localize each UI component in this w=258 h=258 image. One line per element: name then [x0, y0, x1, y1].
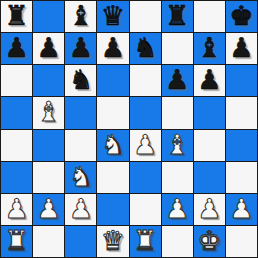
square-b7[interactable]: ♟ [33, 33, 64, 64]
square-h8[interactable]: ♚ [226, 1, 257, 32]
square-a1[interactable]: ♜ [1, 226, 32, 257]
square-c6[interactable]: ♞ [65, 65, 96, 96]
white-king[interactable]: ♚ [197, 227, 221, 254]
black-king[interactable]: ♚ [229, 2, 253, 29]
white-pawn[interactable]: ♟ [165, 195, 189, 222]
square-h5[interactable] [226, 97, 257, 128]
square-a8[interactable]: ♜ [1, 1, 32, 32]
square-a4[interactable] [1, 130, 32, 161]
square-c4[interactable] [65, 130, 96, 161]
black-pawn[interactable]: ♟ [197, 66, 221, 93]
square-b5[interactable]: ♝ [33, 97, 64, 128]
square-d1[interactable]: ♛ [97, 226, 128, 257]
square-e3[interactable] [130, 162, 161, 193]
square-g8[interactable] [194, 1, 225, 32]
square-h1[interactable] [226, 226, 257, 257]
black-rook[interactable]: ♜ [4, 2, 28, 29]
square-d5[interactable] [97, 97, 128, 128]
square-f6[interactable]: ♟ [162, 65, 193, 96]
square-h6[interactable] [226, 65, 257, 96]
square-b8[interactable] [33, 1, 64, 32]
black-queen[interactable]: ♛ [101, 2, 125, 29]
white-pawn[interactable]: ♟ [37, 195, 61, 222]
square-g2[interactable]: ♟ [194, 194, 225, 225]
square-c7[interactable]: ♟ [65, 33, 96, 64]
square-d4[interactable]: ♞ [97, 130, 128, 161]
square-c1[interactable] [65, 226, 96, 257]
square-g6[interactable]: ♟ [194, 65, 225, 96]
white-bishop[interactable]: ♝ [37, 98, 61, 125]
white-pawn[interactable]: ♟ [69, 195, 93, 222]
chess-board: ♜♝♛♜♚♟♟♟♟♞♝♟♞♟♟♝♞♟♝♞♟♟♟♟♟♟♜♛♜♚ [0, 0, 258, 258]
square-e7[interactable]: ♞ [130, 33, 161, 64]
square-b2[interactable]: ♟ [33, 194, 64, 225]
square-d7[interactable]: ♟ [97, 33, 128, 64]
square-a5[interactable] [1, 97, 32, 128]
square-b4[interactable] [33, 130, 64, 161]
white-rook[interactable]: ♜ [4, 227, 28, 254]
black-knight[interactable]: ♞ [133, 34, 157, 61]
square-f2[interactable]: ♟ [162, 194, 193, 225]
square-e6[interactable] [130, 65, 161, 96]
black-rook[interactable]: ♜ [165, 2, 189, 29]
square-a6[interactable] [1, 65, 32, 96]
square-h3[interactable] [226, 162, 257, 193]
square-a3[interactable] [1, 162, 32, 193]
square-f5[interactable] [162, 97, 193, 128]
black-pawn[interactable]: ♟ [165, 66, 189, 93]
square-a7[interactable]: ♟ [1, 33, 32, 64]
black-bishop[interactable]: ♝ [197, 34, 221, 61]
square-c8[interactable]: ♝ [65, 1, 96, 32]
black-pawn[interactable]: ♟ [4, 34, 28, 61]
square-d8[interactable]: ♛ [97, 1, 128, 32]
square-h4[interactable] [226, 130, 257, 161]
black-pawn[interactable]: ♟ [69, 34, 93, 61]
square-e1[interactable]: ♜ [130, 226, 161, 257]
square-c2[interactable]: ♟ [65, 194, 96, 225]
white-queen[interactable]: ♛ [101, 227, 125, 254]
square-h2[interactable]: ♟ [226, 194, 257, 225]
square-f8[interactable]: ♜ [162, 1, 193, 32]
white-knight[interactable]: ♞ [69, 163, 93, 190]
square-b6[interactable] [33, 65, 64, 96]
square-f1[interactable] [162, 226, 193, 257]
square-f3[interactable] [162, 162, 193, 193]
white-rook[interactable]: ♜ [133, 227, 157, 254]
square-g7[interactable]: ♝ [194, 33, 225, 64]
white-pawn[interactable]: ♟ [229, 195, 253, 222]
square-e2[interactable] [130, 194, 161, 225]
white-pawn[interactable]: ♟ [4, 195, 28, 222]
square-f4[interactable]: ♝ [162, 130, 193, 161]
black-pawn[interactable]: ♟ [229, 34, 253, 61]
square-g1[interactable]: ♚ [194, 226, 225, 257]
square-d6[interactable] [97, 65, 128, 96]
square-b1[interactable] [33, 226, 64, 257]
square-b3[interactable] [33, 162, 64, 193]
square-h7[interactable]: ♟ [226, 33, 257, 64]
white-knight[interactable]: ♞ [101, 131, 125, 158]
chess-app: ♜♝♛♜♚♟♟♟♟♞♝♟♞♟♟♝♞♟♝♞♟♟♟♟♟♟♜♛♜♚ [0, 0, 258, 258]
white-bishop[interactable]: ♝ [165, 131, 189, 158]
square-g3[interactable] [194, 162, 225, 193]
black-knight[interactable]: ♞ [69, 66, 93, 93]
square-d2[interactable] [97, 194, 128, 225]
square-e8[interactable] [130, 1, 161, 32]
black-pawn[interactable]: ♟ [37, 34, 61, 61]
black-bishop[interactable]: ♝ [69, 2, 93, 29]
black-pawn[interactable]: ♟ [101, 34, 125, 61]
square-a2[interactable]: ♟ [1, 194, 32, 225]
white-pawn[interactable]: ♟ [133, 131, 157, 158]
square-f7[interactable] [162, 33, 193, 64]
white-pawn[interactable]: ♟ [197, 195, 221, 222]
square-e5[interactable] [130, 97, 161, 128]
square-c5[interactable] [65, 97, 96, 128]
square-e4[interactable]: ♟ [130, 130, 161, 161]
square-g4[interactable] [194, 130, 225, 161]
square-g5[interactable] [194, 97, 225, 128]
square-c3[interactable]: ♞ [65, 162, 96, 193]
square-d3[interactable] [97, 162, 128, 193]
